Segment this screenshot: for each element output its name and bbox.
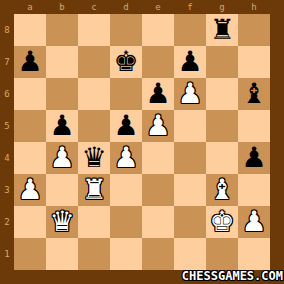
square-e8[interactable] (142, 14, 174, 46)
piece-black-queen: ♛ (81, 142, 106, 174)
piece-black-king: ♚ (113, 46, 138, 78)
rank-label-3: 3 (0, 174, 14, 206)
chess-diagram: abcdefgh 87654321 ♜♟♚♟♟♟♝♟♟♟♟♛♟♟♟♜♝♛♚♟ C… (0, 0, 284, 284)
rank-label-8: 8 (0, 14, 14, 46)
file-label-g: g (206, 0, 238, 14)
piece-black-pawn: ♟ (177, 46, 202, 78)
square-h1[interactable] (238, 238, 270, 270)
square-d3[interactable] (110, 174, 142, 206)
square-h5[interactable] (238, 110, 270, 142)
square-g7[interactable] (206, 46, 238, 78)
square-b1[interactable] (46, 238, 78, 270)
file-label-f: f (174, 0, 206, 14)
square-a4[interactable] (14, 142, 46, 174)
piece-white-pawn: ♟ (177, 78, 202, 110)
piece-white-bishop: ♝ (209, 174, 234, 206)
square-d4[interactable]: ♟ (110, 142, 142, 174)
square-a2[interactable] (14, 206, 46, 238)
file-label-b: b (46, 0, 78, 14)
piece-black-pawn: ♟ (113, 110, 138, 142)
square-g5[interactable] (206, 110, 238, 142)
square-h2[interactable]: ♟ (238, 206, 270, 238)
piece-black-bishop: ♝ (241, 78, 266, 110)
square-e5[interactable]: ♟ (142, 110, 174, 142)
square-b8[interactable] (46, 14, 78, 46)
chessgames-logo: CHESSGAMES.COM (182, 269, 283, 283)
rank-label-5: 5 (0, 110, 14, 142)
square-d5[interactable]: ♟ (110, 110, 142, 142)
square-e3[interactable] (142, 174, 174, 206)
rank-label-1: 1 (0, 238, 14, 270)
square-f5[interactable] (174, 110, 206, 142)
square-g3[interactable]: ♝ (206, 174, 238, 206)
file-label-e: e (142, 0, 174, 14)
square-g1[interactable] (206, 238, 238, 270)
square-e1[interactable] (142, 238, 174, 270)
square-b4[interactable]: ♟ (46, 142, 78, 174)
file-label-a: a (14, 0, 46, 14)
rank-labels: 87654321 (0, 14, 14, 270)
square-a5[interactable] (14, 110, 46, 142)
square-d1[interactable] (110, 238, 142, 270)
square-f8[interactable] (174, 14, 206, 46)
piece-white-pawn: ♟ (49, 142, 74, 174)
file-label-d: d (110, 0, 142, 14)
square-b6[interactable] (46, 78, 78, 110)
file-label-h: h (238, 0, 270, 14)
piece-white-pawn: ♟ (17, 174, 42, 206)
piece-white-pawn: ♟ (241, 206, 266, 238)
square-g4[interactable] (206, 142, 238, 174)
piece-black-pawn: ♟ (49, 110, 74, 142)
piece-black-pawn: ♟ (17, 46, 42, 78)
square-e6[interactable]: ♟ (142, 78, 174, 110)
square-g8[interactable]: ♜ (206, 14, 238, 46)
piece-white-king: ♚ (209, 206, 234, 238)
square-d6[interactable] (110, 78, 142, 110)
square-f2[interactable] (174, 206, 206, 238)
chess-board: ♜♟♚♟♟♟♝♟♟♟♟♛♟♟♟♜♝♛♚♟ (14, 14, 270, 270)
square-g6[interactable] (206, 78, 238, 110)
piece-black-pawn: ♟ (241, 142, 266, 174)
square-f7[interactable]: ♟ (174, 46, 206, 78)
square-h3[interactable] (238, 174, 270, 206)
square-c3[interactable]: ♜ (78, 174, 110, 206)
square-c1[interactable] (78, 238, 110, 270)
square-b2[interactable]: ♛ (46, 206, 78, 238)
piece-white-pawn: ♟ (145, 110, 170, 142)
square-a1[interactable] (14, 238, 46, 270)
piece-black-rook: ♜ (209, 14, 234, 46)
rank-label-2: 2 (0, 206, 14, 238)
square-c5[interactable] (78, 110, 110, 142)
square-f6[interactable]: ♟ (174, 78, 206, 110)
square-e2[interactable] (142, 206, 174, 238)
file-label-c: c (78, 0, 110, 14)
square-h4[interactable]: ♟ (238, 142, 270, 174)
square-d2[interactable] (110, 206, 142, 238)
square-a6[interactable] (14, 78, 46, 110)
square-c6[interactable] (78, 78, 110, 110)
rank-label-4: 4 (0, 142, 14, 174)
square-f1[interactable] (174, 238, 206, 270)
square-h7[interactable] (238, 46, 270, 78)
square-b7[interactable] (46, 46, 78, 78)
square-a8[interactable] (14, 14, 46, 46)
square-a3[interactable]: ♟ (14, 174, 46, 206)
piece-white-pawn: ♟ (113, 142, 138, 174)
square-h8[interactable] (238, 14, 270, 46)
square-c4[interactable]: ♛ (78, 142, 110, 174)
square-c2[interactable] (78, 206, 110, 238)
square-b3[interactable] (46, 174, 78, 206)
square-g2[interactable]: ♚ (206, 206, 238, 238)
rank-label-7: 7 (0, 46, 14, 78)
square-f3[interactable] (174, 174, 206, 206)
square-d8[interactable] (110, 14, 142, 46)
piece-white-rook: ♜ (81, 174, 106, 206)
square-h6[interactable]: ♝ (238, 78, 270, 110)
square-e4[interactable] (142, 142, 174, 174)
square-a7[interactable]: ♟ (14, 46, 46, 78)
file-labels: abcdefgh (14, 0, 270, 14)
piece-black-pawn: ♟ (145, 78, 170, 110)
rank-label-6: 6 (0, 78, 14, 110)
square-e7[interactable] (142, 46, 174, 78)
piece-white-queen: ♛ (49, 206, 74, 238)
square-c8[interactable] (78, 14, 110, 46)
square-f4[interactable] (174, 142, 206, 174)
square-d7[interactable]: ♚ (110, 46, 142, 78)
square-b5[interactable]: ♟ (46, 110, 78, 142)
square-c7[interactable] (78, 46, 110, 78)
